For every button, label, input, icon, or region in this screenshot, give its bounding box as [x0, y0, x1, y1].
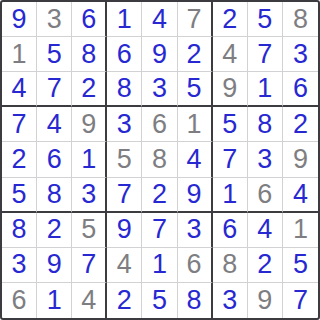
- cell-r5c5[interactable]: 8: [142, 142, 177, 177]
- cell-r7c2[interactable]: 2: [37, 213, 72, 248]
- cell-r5c2[interactable]: 6: [37, 142, 72, 177]
- cell-r8c3[interactable]: 7: [72, 248, 107, 283]
- cell-r4c7[interactable]: 5: [213, 107, 248, 142]
- cell-r2c2[interactable]: 5: [37, 37, 72, 72]
- cell-r5c3[interactable]: 1: [72, 142, 107, 177]
- cell-r9c9[interactable]: 7: [283, 283, 318, 318]
- cell-r2c4[interactable]: 6: [107, 37, 142, 72]
- cell-r2c5[interactable]: 9: [142, 37, 177, 72]
- cell-r9c1[interactable]: 6: [2, 283, 37, 318]
- cell-r6c7[interactable]: 1: [213, 178, 248, 213]
- cell-r3c2[interactable]: 7: [37, 72, 72, 107]
- cell-r1c2[interactable]: 3: [37, 2, 72, 37]
- cell-r1c9[interactable]: 8: [283, 2, 318, 37]
- cell-r2c8[interactable]: 7: [248, 37, 283, 72]
- cell-r9c8[interactable]: 9: [248, 283, 283, 318]
- cell-r4c8[interactable]: 8: [248, 107, 283, 142]
- cell-r6c6[interactable]: 9: [178, 178, 213, 213]
- cell-r5c7[interactable]: 7: [213, 142, 248, 177]
- cell-r7c3[interactable]: 5: [72, 213, 107, 248]
- cell-r4c5[interactable]: 6: [142, 107, 177, 142]
- cell-r3c1[interactable]: 4: [2, 72, 37, 107]
- cell-r2c7[interactable]: 4: [213, 37, 248, 72]
- cell-r1c6[interactable]: 7: [178, 2, 213, 37]
- cell-r7c6[interactable]: 3: [178, 213, 213, 248]
- cell-r1c5[interactable]: 4: [142, 2, 177, 37]
- cell-r7c5[interactable]: 7: [142, 213, 177, 248]
- cell-r4c9[interactable]: 2: [283, 107, 318, 142]
- cell-r2c6[interactable]: 2: [178, 37, 213, 72]
- cell-r1c3[interactable]: 6: [72, 2, 107, 37]
- cell-r3c6[interactable]: 5: [178, 72, 213, 107]
- cell-r6c8[interactable]: 6: [248, 178, 283, 213]
- cell-r5c6[interactable]: 4: [178, 142, 213, 177]
- cell-r9c6[interactable]: 8: [178, 283, 213, 318]
- cell-r9c3[interactable]: 4: [72, 283, 107, 318]
- cell-r8c5[interactable]: 1: [142, 248, 177, 283]
- sudoku-board: 9361472581586924734728359167493615822615…: [0, 0, 320, 320]
- cell-r6c4[interactable]: 7: [107, 178, 142, 213]
- cell-r6c9[interactable]: 4: [283, 178, 318, 213]
- cell-r8c7[interactable]: 8: [213, 248, 248, 283]
- cell-r8c9[interactable]: 5: [283, 248, 318, 283]
- cell-r6c5[interactable]: 2: [142, 178, 177, 213]
- cell-r4c1[interactable]: 7: [2, 107, 37, 142]
- cell-r1c4[interactable]: 1: [107, 2, 142, 37]
- cell-r6c1[interactable]: 5: [2, 178, 37, 213]
- cell-r9c4[interactable]: 2: [107, 283, 142, 318]
- cell-r5c1[interactable]: 2: [2, 142, 37, 177]
- cell-r8c4[interactable]: 4: [107, 248, 142, 283]
- cell-r8c1[interactable]: 3: [2, 248, 37, 283]
- sudoku-app: 9361472581586924734728359167493615822615…: [0, 0, 320, 320]
- cell-r6c3[interactable]: 3: [72, 178, 107, 213]
- cell-r8c2[interactable]: 9: [37, 248, 72, 283]
- cell-r7c9[interactable]: 1: [283, 213, 318, 248]
- cell-r1c8[interactable]: 5: [248, 2, 283, 37]
- cell-r3c5[interactable]: 3: [142, 72, 177, 107]
- cell-r3c8[interactable]: 1: [248, 72, 283, 107]
- cell-r3c4[interactable]: 8: [107, 72, 142, 107]
- cell-r7c1[interactable]: 8: [2, 213, 37, 248]
- cell-r4c2[interactable]: 4: [37, 107, 72, 142]
- cell-r3c7[interactable]: 9: [213, 72, 248, 107]
- cell-r9c5[interactable]: 5: [142, 283, 177, 318]
- cell-r8c6[interactable]: 6: [178, 248, 213, 283]
- cell-r1c1[interactable]: 9: [2, 2, 37, 37]
- cell-r7c7[interactable]: 6: [213, 213, 248, 248]
- cell-r3c3[interactable]: 2: [72, 72, 107, 107]
- cell-r5c4[interactable]: 5: [107, 142, 142, 177]
- cell-r3c9[interactable]: 6: [283, 72, 318, 107]
- cell-r4c6[interactable]: 1: [178, 107, 213, 142]
- cell-r9c2[interactable]: 1: [37, 283, 72, 318]
- cell-r2c9[interactable]: 3: [283, 37, 318, 72]
- cell-r5c9[interactable]: 9: [283, 142, 318, 177]
- cell-r1c7[interactable]: 2: [213, 2, 248, 37]
- cell-r4c4[interactable]: 3: [107, 107, 142, 142]
- cell-r7c8[interactable]: 4: [248, 213, 283, 248]
- cell-r6c2[interactable]: 8: [37, 178, 72, 213]
- cell-r4c3[interactable]: 9: [72, 107, 107, 142]
- cell-r2c3[interactable]: 8: [72, 37, 107, 72]
- cell-r2c1[interactable]: 1: [2, 37, 37, 72]
- cell-r7c4[interactable]: 9: [107, 213, 142, 248]
- cell-r5c8[interactable]: 3: [248, 142, 283, 177]
- cell-r9c7[interactable]: 3: [213, 283, 248, 318]
- cell-r8c8[interactable]: 2: [248, 248, 283, 283]
